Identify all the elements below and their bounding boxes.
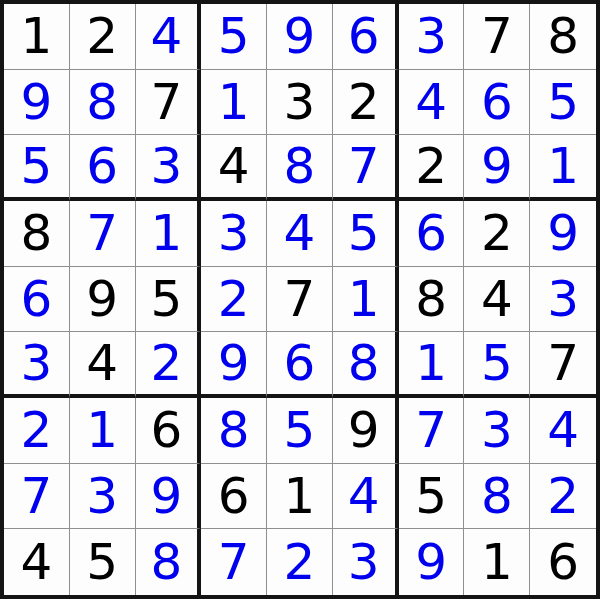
entered-digit: 3 — [547, 274, 579, 324]
sudoku-cell-r2c2[interactable]: 8 — [70, 70, 136, 136]
sudoku-cell-r8c2[interactable]: 3 — [70, 464, 136, 530]
entered-digit: 2 — [547, 471, 579, 521]
sudoku-cell-r8c1[interactable]: 7 — [4, 464, 70, 530]
sudoku-cell-r6c7[interactable]: 1 — [399, 332, 465, 398]
given-digit: 6 — [151, 405, 183, 455]
given-digit: 8 — [20, 208, 52, 258]
entered-digit: 2 — [20, 405, 52, 455]
entered-digit: 7 — [20, 471, 52, 521]
given-digit: 5 — [86, 537, 118, 587]
sudoku-cell-r1c3[interactable]: 4 — [136, 4, 202, 70]
sudoku-cell-r1c4[interactable]: 5 — [201, 4, 267, 70]
given-digit: 9 — [348, 405, 380, 455]
sudoku-cell-r3c8[interactable]: 9 — [464, 135, 530, 201]
entered-digit: 2 — [151, 338, 183, 388]
sudoku-cell-r9c4[interactable]: 7 — [201, 529, 267, 595]
sudoku-cell-r1c8[interactable]: 7 — [464, 4, 530, 70]
sudoku-cell-r2c5[interactable]: 3 — [267, 70, 333, 136]
sudoku-cell-r7c7[interactable]: 7 — [399, 398, 465, 464]
sudoku-cell-r8c6[interactable]: 4 — [333, 464, 399, 530]
sudoku-cell-r6c8[interactable]: 5 — [464, 332, 530, 398]
sudoku-cell-r9c8[interactable]: 1 — [464, 529, 530, 595]
entered-digit: 5 — [218, 11, 250, 61]
given-digit: 4 — [218, 141, 250, 191]
sudoku-cell-r6c9[interactable]: 7 — [530, 332, 596, 398]
sudoku-cell-r5c4[interactable]: 2 — [201, 267, 267, 333]
given-digit: 7 — [151, 77, 183, 127]
entered-digit: 2 — [218, 274, 250, 324]
sudoku-cell-r4c9[interactable]: 9 — [530, 201, 596, 267]
entered-digit: 6 — [284, 338, 316, 388]
given-digit: 2 — [86, 11, 118, 61]
given-digit: 6 — [218, 471, 250, 521]
sudoku-cell-r3c2[interactable]: 6 — [70, 135, 136, 201]
given-digit: 7 — [547, 338, 579, 388]
sudoku-cell-r7c3[interactable]: 6 — [136, 398, 202, 464]
sudoku-cell-r3c4[interactable]: 4 — [201, 135, 267, 201]
sudoku-cell-r8c4[interactable]: 6 — [201, 464, 267, 530]
sudoku-cell-r6c5[interactable]: 6 — [267, 332, 333, 398]
sudoku-cell-r9c6[interactable]: 3 — [333, 529, 399, 595]
sudoku-cell-r7c4[interactable]: 8 — [201, 398, 267, 464]
entered-digit: 6 — [481, 77, 513, 127]
entered-digit: 3 — [348, 537, 380, 587]
entered-digit: 3 — [151, 141, 183, 191]
sudoku-cell-r7c8[interactable]: 3 — [464, 398, 530, 464]
entered-digit: 1 — [547, 141, 579, 191]
sudoku-cell-r3c1[interactable]: 5 — [4, 135, 70, 201]
given-digit: 4 — [481, 274, 513, 324]
sudoku-cell-r8c5[interactable]: 1 — [267, 464, 333, 530]
sudoku-cell-r6c4[interactable]: 9 — [201, 332, 267, 398]
sudoku-cell-r5c6[interactable]: 1 — [333, 267, 399, 333]
entered-digit: 3 — [218, 208, 250, 258]
given-digit: 7 — [481, 11, 513, 61]
entered-digit: 6 — [86, 141, 118, 191]
sudoku-cell-r7c1[interactable]: 2 — [4, 398, 70, 464]
entered-digit: 8 — [86, 77, 118, 127]
given-digit: 8 — [547, 11, 579, 61]
sudoku-cell-r4c8[interactable]: 2 — [464, 201, 530, 267]
entered-digit: 7 — [348, 141, 380, 191]
given-digit: 1 — [481, 537, 513, 587]
entered-digit: 4 — [415, 77, 447, 127]
sudoku-cell-r1c9[interactable]: 8 — [530, 4, 596, 70]
entered-digit: 8 — [218, 405, 250, 455]
entered-digit: 6 — [348, 11, 380, 61]
entered-digit: 4 — [348, 471, 380, 521]
entered-digit: 8 — [151, 537, 183, 587]
entered-digit: 4 — [547, 405, 579, 455]
sudoku-cell-r6c1[interactable]: 3 — [4, 332, 70, 398]
sudoku-cell-r2c3[interactable]: 7 — [136, 70, 202, 136]
sudoku-cell-r7c6[interactable]: 9 — [333, 398, 399, 464]
entered-digit: 3 — [20, 338, 52, 388]
sudoku-cell-r9c2[interactable]: 5 — [70, 529, 136, 595]
sudoku-cell-r9c7[interactable]: 9 — [399, 529, 465, 595]
given-digit: 2 — [348, 77, 380, 127]
sudoku-cell-r3c6[interactable]: 7 — [333, 135, 399, 201]
sudoku-cell-r3c5[interactable]: 8 — [267, 135, 333, 201]
entered-digit: 8 — [348, 338, 380, 388]
entered-digit: 3 — [415, 11, 447, 61]
entered-digit: 1 — [348, 274, 380, 324]
sudoku-cell-r8c8[interactable]: 8 — [464, 464, 530, 530]
entered-digit: 5 — [348, 208, 380, 258]
sudoku-cell-r4c3[interactable]: 1 — [136, 201, 202, 267]
sudoku-cell-r2c1[interactable]: 9 — [4, 70, 70, 136]
sudoku-cell-r4c1[interactable]: 8 — [4, 201, 70, 267]
sudoku-cell-r7c9[interactable]: 4 — [530, 398, 596, 464]
entered-digit: 9 — [218, 338, 250, 388]
given-digit: 3 — [284, 77, 316, 127]
entered-digit: 6 — [415, 208, 447, 258]
entered-digit: 8 — [481, 471, 513, 521]
sudoku-cell-r2c8[interactable]: 6 — [464, 70, 530, 136]
sudoku-cell-r6c3[interactable]: 2 — [136, 332, 202, 398]
given-digit: 4 — [86, 338, 118, 388]
entered-digit: 9 — [481, 141, 513, 191]
entered-digit: 9 — [284, 11, 316, 61]
entered-digit: 6 — [20, 274, 52, 324]
sudoku-cell-r8c7[interactable]: 5 — [399, 464, 465, 530]
sudoku-cell-r5c5[interactable]: 7 — [267, 267, 333, 333]
sudoku-cell-r5c2[interactable]: 9 — [70, 267, 136, 333]
entered-digit: 7 — [86, 208, 118, 258]
entered-digit: 9 — [20, 77, 52, 127]
sudoku-cell-r5c8[interactable]: 4 — [464, 267, 530, 333]
sudoku-cell-r1c5[interactable]: 9 — [267, 4, 333, 70]
given-digit: 6 — [547, 537, 579, 587]
sudoku-cell-r7c2[interactable]: 1 — [70, 398, 136, 464]
sudoku-cell-r9c3[interactable]: 8 — [136, 529, 202, 595]
sudoku-cell-r6c6[interactable]: 8 — [333, 332, 399, 398]
entered-digit: 2 — [284, 537, 316, 587]
sudoku-cell-r1c7[interactable]: 3 — [399, 4, 465, 70]
entered-digit: 1 — [151, 208, 183, 258]
sudoku-cell-r9c1[interactable]: 4 — [4, 529, 70, 595]
entered-digit: 1 — [86, 405, 118, 455]
sudoku-cell-r3c9[interactable]: 1 — [530, 135, 596, 201]
sudoku-cell-r4c6[interactable]: 5 — [333, 201, 399, 267]
entered-digit: 1 — [218, 77, 250, 127]
sudoku-cell-r8c9[interactable]: 2 — [530, 464, 596, 530]
given-digit: 1 — [284, 471, 316, 521]
sudoku-cell-r5c9[interactable]: 3 — [530, 267, 596, 333]
sudoku-cell-r5c7[interactable]: 8 — [399, 267, 465, 333]
sudoku-cell-r1c1[interactable]: 1 — [4, 4, 70, 70]
sudoku-cell-r5c3[interactable]: 5 — [136, 267, 202, 333]
sudoku-cell-r4c4[interactable]: 3 — [201, 201, 267, 267]
entered-digit: 7 — [218, 537, 250, 587]
sudoku-board: 1245963789871324655634872918713456296952… — [0, 0, 600, 599]
entered-digit: 9 — [547, 208, 579, 258]
sudoku-cell-r3c3[interactable]: 3 — [136, 135, 202, 201]
sudoku-cell-r3c7[interactable]: 2 — [399, 135, 465, 201]
sudoku-cell-r8c3[interactable]: 9 — [136, 464, 202, 530]
entered-digit: 9 — [415, 537, 447, 587]
sudoku-cell-r2c7[interactable]: 4 — [399, 70, 465, 136]
given-digit: 2 — [415, 141, 447, 191]
sudoku-cell-r1c6[interactable]: 6 — [333, 4, 399, 70]
entered-digit: 4 — [284, 208, 316, 258]
sudoku-cell-r2c6[interactable]: 2 — [333, 70, 399, 136]
given-digit: 1 — [20, 11, 52, 61]
given-digit: 4 — [20, 537, 52, 587]
entered-digit: 5 — [20, 141, 52, 191]
given-digit: 7 — [284, 274, 316, 324]
entered-digit: 5 — [284, 405, 316, 455]
entered-digit: 8 — [284, 141, 316, 191]
given-digit: 5 — [151, 274, 183, 324]
entered-digit: 1 — [415, 338, 447, 388]
given-digit: 9 — [86, 274, 118, 324]
entered-digit: 9 — [151, 471, 183, 521]
sudoku-cell-r4c5[interactable]: 4 — [267, 201, 333, 267]
entered-digit: 3 — [86, 471, 118, 521]
given-digit: 2 — [481, 208, 513, 258]
sudoku-cell-r6c2[interactable]: 4 — [70, 332, 136, 398]
sudoku-cell-r2c4[interactable]: 1 — [201, 70, 267, 136]
entered-digit: 7 — [415, 405, 447, 455]
given-digit: 8 — [415, 274, 447, 324]
entered-digit: 5 — [481, 338, 513, 388]
sudoku-cell-r9c9[interactable]: 6 — [530, 529, 596, 595]
sudoku-cell-r1c2[interactable]: 2 — [70, 4, 136, 70]
entered-digit: 5 — [547, 77, 579, 127]
sudoku-cell-r4c7[interactable]: 6 — [399, 201, 465, 267]
sudoku-cell-r7c5[interactable]: 5 — [267, 398, 333, 464]
sudoku-cell-r4c2[interactable]: 7 — [70, 201, 136, 267]
sudoku-cell-r9c5[interactable]: 2 — [267, 529, 333, 595]
entered-digit: 3 — [481, 405, 513, 455]
sudoku-cell-r5c1[interactable]: 6 — [4, 267, 70, 333]
given-digit: 5 — [415, 471, 447, 521]
entered-digit: 4 — [151, 11, 183, 61]
sudoku-cell-r2c9[interactable]: 5 — [530, 70, 596, 136]
